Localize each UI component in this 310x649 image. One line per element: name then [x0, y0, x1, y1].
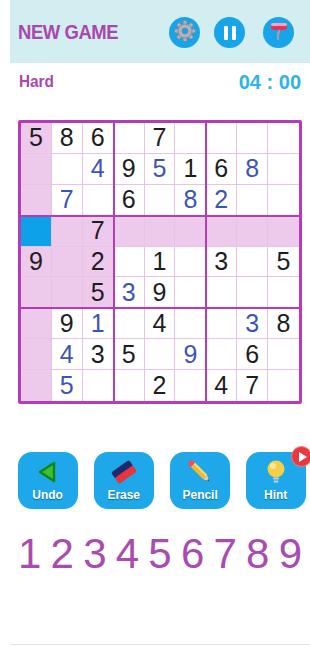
sudoku-cell-r7c9[interactable]: 8: [268, 308, 299, 339]
cell-digit: 9: [183, 342, 197, 367]
numpad-key-4[interactable]: 4: [116, 528, 139, 580]
cell-digit: 7: [60, 187, 74, 212]
cell-digit: 3: [214, 249, 228, 274]
toolbar: Undo Erase: [10, 452, 310, 510]
sudoku-cell-r8c9[interactable]: [268, 339, 299, 370]
sudoku-cell-r4c4[interactable]: [114, 216, 145, 247]
pause-button[interactable]: [214, 17, 245, 48]
sudoku-cell-r4c5[interactable]: [145, 216, 176, 247]
cell-digit: 7: [245, 373, 259, 398]
sudoku-cell-r1c6[interactable]: [175, 123, 206, 154]
sudoku-cell-r5c5[interactable]: 1: [145, 247, 176, 278]
sudoku-cell-r5c7[interactable]: 3: [206, 247, 237, 278]
sudoku-cell-r2c8[interactable]: 8: [237, 154, 268, 185]
numpad-key-3[interactable]: 3: [83, 528, 106, 580]
sudoku-cells: 5867495168768279213553991438435965247: [21, 123, 299, 401]
cell-digit: 7: [153, 125, 167, 150]
sudoku-cell-r8c7[interactable]: [206, 339, 237, 370]
sudoku-cell-r7c6[interactable]: [175, 308, 206, 339]
settings-button[interactable]: [169, 17, 200, 48]
sudoku-cell-r6c5[interactable]: 9: [145, 277, 176, 308]
sudoku-cell-r8c3[interactable]: 3: [83, 339, 114, 370]
numpad-key-1[interactable]: 1: [18, 528, 41, 580]
sudoku-cell-r8c2[interactable]: 4: [52, 339, 83, 370]
sudoku-board[interactable]: 5867495168768279213553991438435965247: [18, 120, 302, 404]
sudoku-cell-r2c9[interactable]: [268, 154, 299, 185]
paint-roller-icon: [267, 19, 291, 47]
sudoku-cell-r1c7[interactable]: [206, 123, 237, 154]
ad-video-badge[interactable]: [291, 446, 310, 467]
sudoku-cell-r6c7[interactable]: [206, 277, 237, 308]
sudoku-cell-r5c2[interactable]: [52, 247, 83, 278]
sudoku-cell-r4c1[interactable]: [21, 216, 52, 247]
sudoku-cell-r5c8[interactable]: [237, 247, 268, 278]
cell-digit: 4: [91, 156, 105, 181]
sudoku-cell-r9c2[interactable]: 5: [52, 370, 83, 401]
cell-digit: 6: [122, 187, 136, 212]
erase-label: Erase: [108, 487, 141, 502]
cell-digit: 5: [91, 280, 105, 305]
cell-digit: 3: [122, 280, 136, 305]
sudoku-cell-r8c5[interactable]: [145, 339, 176, 370]
gear-icon: [173, 19, 197, 47]
cell-digit: 6: [245, 342, 259, 367]
cell-digit: 2: [153, 373, 167, 398]
numpad-key-6[interactable]: 6: [181, 528, 204, 580]
cell-digit: 1: [183, 156, 197, 181]
sudoku-cell-r2c3[interactable]: 4: [83, 154, 114, 185]
cell-digit: 9: [153, 280, 167, 305]
sudoku-cell-r8c4[interactable]: 5: [114, 339, 145, 370]
sudoku-cell-r1c9[interactable]: [268, 123, 299, 154]
sudoku-cell-r3c6[interactable]: 8: [175, 185, 206, 216]
cell-digit: 7: [91, 218, 105, 243]
sudoku-cell-r9c5[interactable]: 2: [145, 370, 176, 401]
sudoku-cell-r7c8[interactable]: 3: [237, 308, 268, 339]
sudoku-cell-r6c9[interactable]: [268, 277, 299, 308]
status-bar: Hard 04 : 00: [10, 63, 310, 101]
sudoku-cell-r3c7[interactable]: 2: [206, 185, 237, 216]
sudoku-cell-r8c1[interactable]: [21, 339, 52, 370]
header-bar: NEW GAME: [10, 0, 310, 63]
sudoku-cell-r5c6[interactable]: [175, 247, 206, 278]
cell-digit: 8: [277, 311, 291, 336]
sudoku-cell-r4c3[interactable]: 7: [83, 216, 114, 247]
erase-button[interactable]: Erase: [94, 452, 154, 509]
eraser-icon: [109, 455, 139, 489]
theme-button[interactable]: [263, 17, 294, 48]
sudoku-cell-r3c3[interactable]: [83, 185, 114, 216]
cell-digit: 5: [60, 373, 74, 398]
sudoku-cell-r2c7[interactable]: 6: [206, 154, 237, 185]
sudoku-cell-r6c3[interactable]: 5: [83, 277, 114, 308]
cell-digit: 4: [60, 342, 74, 367]
cell-digit: 3: [91, 342, 105, 367]
sudoku-cell-r3c9[interactable]: [268, 185, 299, 216]
sudoku-cell-r2c5[interactable]: 5: [145, 154, 176, 185]
sudoku-cell-r7c1[interactable]: [21, 308, 52, 339]
sudoku-cell-r8c6[interactable]: 9: [175, 339, 206, 370]
sudoku-cell-r6c6[interactable]: [175, 277, 206, 308]
sudoku-app: NEW GAME: [10, 0, 310, 649]
numpad-key-9[interactable]: 9: [279, 528, 302, 580]
sudoku-cell-r4c7[interactable]: [206, 216, 237, 247]
play-icon: [299, 452, 307, 462]
difficulty-label: Hard: [19, 72, 54, 92]
cell-digit: 8: [245, 156, 259, 181]
sudoku-cell-r9c9[interactable]: [268, 370, 299, 401]
cell-digit: 9: [29, 249, 43, 274]
cell-digit: 4: [214, 373, 228, 398]
sudoku-cell-r5c9[interactable]: 5: [268, 247, 299, 278]
cell-digit: 1: [91, 311, 105, 336]
hint-label: Hint: [264, 487, 287, 502]
cell-digit: 1: [153, 249, 167, 274]
pencil-label: Pencil: [182, 487, 217, 502]
sudoku-cell-r7c7[interactable]: [206, 308, 237, 339]
pencil-button[interactable]: Pencil: [170, 452, 230, 509]
cell-digit: 3: [245, 311, 259, 336]
cell-digit: 6: [214, 156, 228, 181]
sudoku-cell-r9c3[interactable]: [83, 370, 114, 401]
sudoku-cell-r6c8[interactable]: [237, 277, 268, 308]
cell-digit: 5: [277, 249, 291, 274]
sudoku-cell-r5c4[interactable]: [114, 247, 145, 278]
sudoku-cell-r4c2[interactable]: [52, 216, 83, 247]
sudoku-cell-r9c4[interactable]: [114, 370, 145, 401]
cell-digit: 5: [122, 342, 136, 367]
undo-icon: [35, 455, 61, 489]
pause-icon: [224, 26, 236, 40]
cell-digit: 9: [122, 156, 136, 181]
lightbulb-icon: [263, 455, 289, 489]
numpad-key-5[interactable]: 5: [148, 528, 171, 580]
sudoku-cell-r3c8[interactable]: [237, 185, 268, 216]
sudoku-cell-r7c4[interactable]: [114, 308, 145, 339]
sudoku-cell-r1c4[interactable]: [114, 123, 145, 154]
sudoku-cell-r7c3[interactable]: 1: [83, 308, 114, 339]
sudoku-cell-r3c4[interactable]: 6: [114, 185, 145, 216]
page-title: NEW GAME: [18, 0, 118, 63]
cell-digit: 2: [214, 187, 228, 212]
cell-digit: 8: [183, 187, 197, 212]
cell-digit: 5: [29, 125, 43, 150]
sudoku-cell-r6c4[interactable]: 3: [114, 277, 145, 308]
sudoku-cell-r5c3[interactable]: 2: [83, 247, 114, 278]
sudoku-cell-r1c1[interactable]: 5: [21, 123, 52, 154]
numpad-key-7[interactable]: 7: [213, 528, 236, 580]
bottom-divider: [10, 644, 310, 645]
sudoku-cell-r9c7[interactable]: 4: [206, 370, 237, 401]
sudoku-cell-r1c3[interactable]: 6: [83, 123, 114, 154]
timer: 04 : 00: [239, 71, 301, 94]
sudoku-cell-r4c8[interactable]: [237, 216, 268, 247]
sudoku-cell-r2c6[interactable]: 1: [175, 154, 206, 185]
sudoku-cell-r4c6[interactable]: [175, 216, 206, 247]
sudoku-cell-r1c8[interactable]: [237, 123, 268, 154]
sudoku-cell-r8c8[interactable]: 6: [237, 339, 268, 370]
sudoku-cell-r9c6[interactable]: [175, 370, 206, 401]
sudoku-cell-r1c2[interactable]: 8: [52, 123, 83, 154]
pencil-icon: [186, 455, 214, 489]
cell-digit: 8: [60, 125, 74, 150]
cell-digit: 9: [60, 311, 74, 336]
sudoku-cell-r7c2[interactable]: 9: [52, 308, 83, 339]
cell-digit: 2: [91, 249, 105, 274]
sudoku-cell-r3c2[interactable]: 7: [52, 185, 83, 216]
sudoku-cell-r3c1[interactable]: [21, 185, 52, 216]
numpad-key-2[interactable]: 2: [51, 528, 74, 580]
number-pad: 123456789: [18, 528, 302, 580]
undo-label: Undo: [33, 487, 64, 502]
sudoku-cell-r9c8[interactable]: 7: [237, 370, 268, 401]
cell-digit: 4: [153, 311, 167, 336]
sudoku-cell-r2c2[interactable]: [52, 154, 83, 185]
sudoku-cell-r1c5[interactable]: 7: [145, 123, 176, 154]
cell-digit: 5: [153, 156, 167, 181]
sudoku-cell-r4c9[interactable]: [268, 216, 299, 247]
sudoku-cell-r3c5[interactable]: [145, 185, 176, 216]
sudoku-cell-r6c2[interactable]: [52, 277, 83, 308]
sudoku-cell-r2c1[interactable]: [21, 154, 52, 185]
cell-digit: 6: [91, 125, 105, 150]
sudoku-cell-r9c1[interactable]: [21, 370, 52, 401]
undo-button[interactable]: Undo: [18, 452, 78, 509]
sudoku-cell-r5c1[interactable]: 9: [21, 247, 52, 278]
sudoku-cell-r7c5[interactable]: 4: [145, 308, 176, 339]
sudoku-cell-r6c1[interactable]: [21, 277, 52, 308]
numpad-key-8[interactable]: 8: [246, 528, 269, 580]
sudoku-cell-r2c4[interactable]: 9: [114, 154, 145, 185]
